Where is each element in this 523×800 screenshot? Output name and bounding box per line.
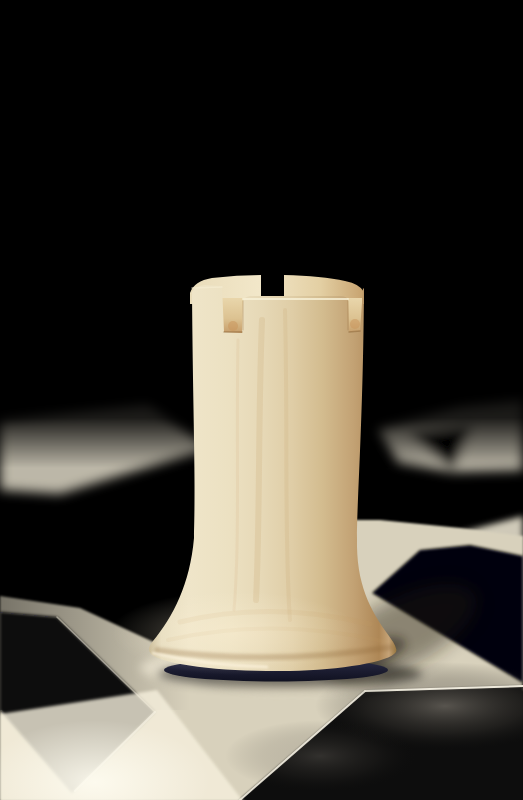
bell-highlight <box>110 591 360 675</box>
chess-photo <box>0 0 523 800</box>
chess-photo-canvas <box>0 0 523 800</box>
